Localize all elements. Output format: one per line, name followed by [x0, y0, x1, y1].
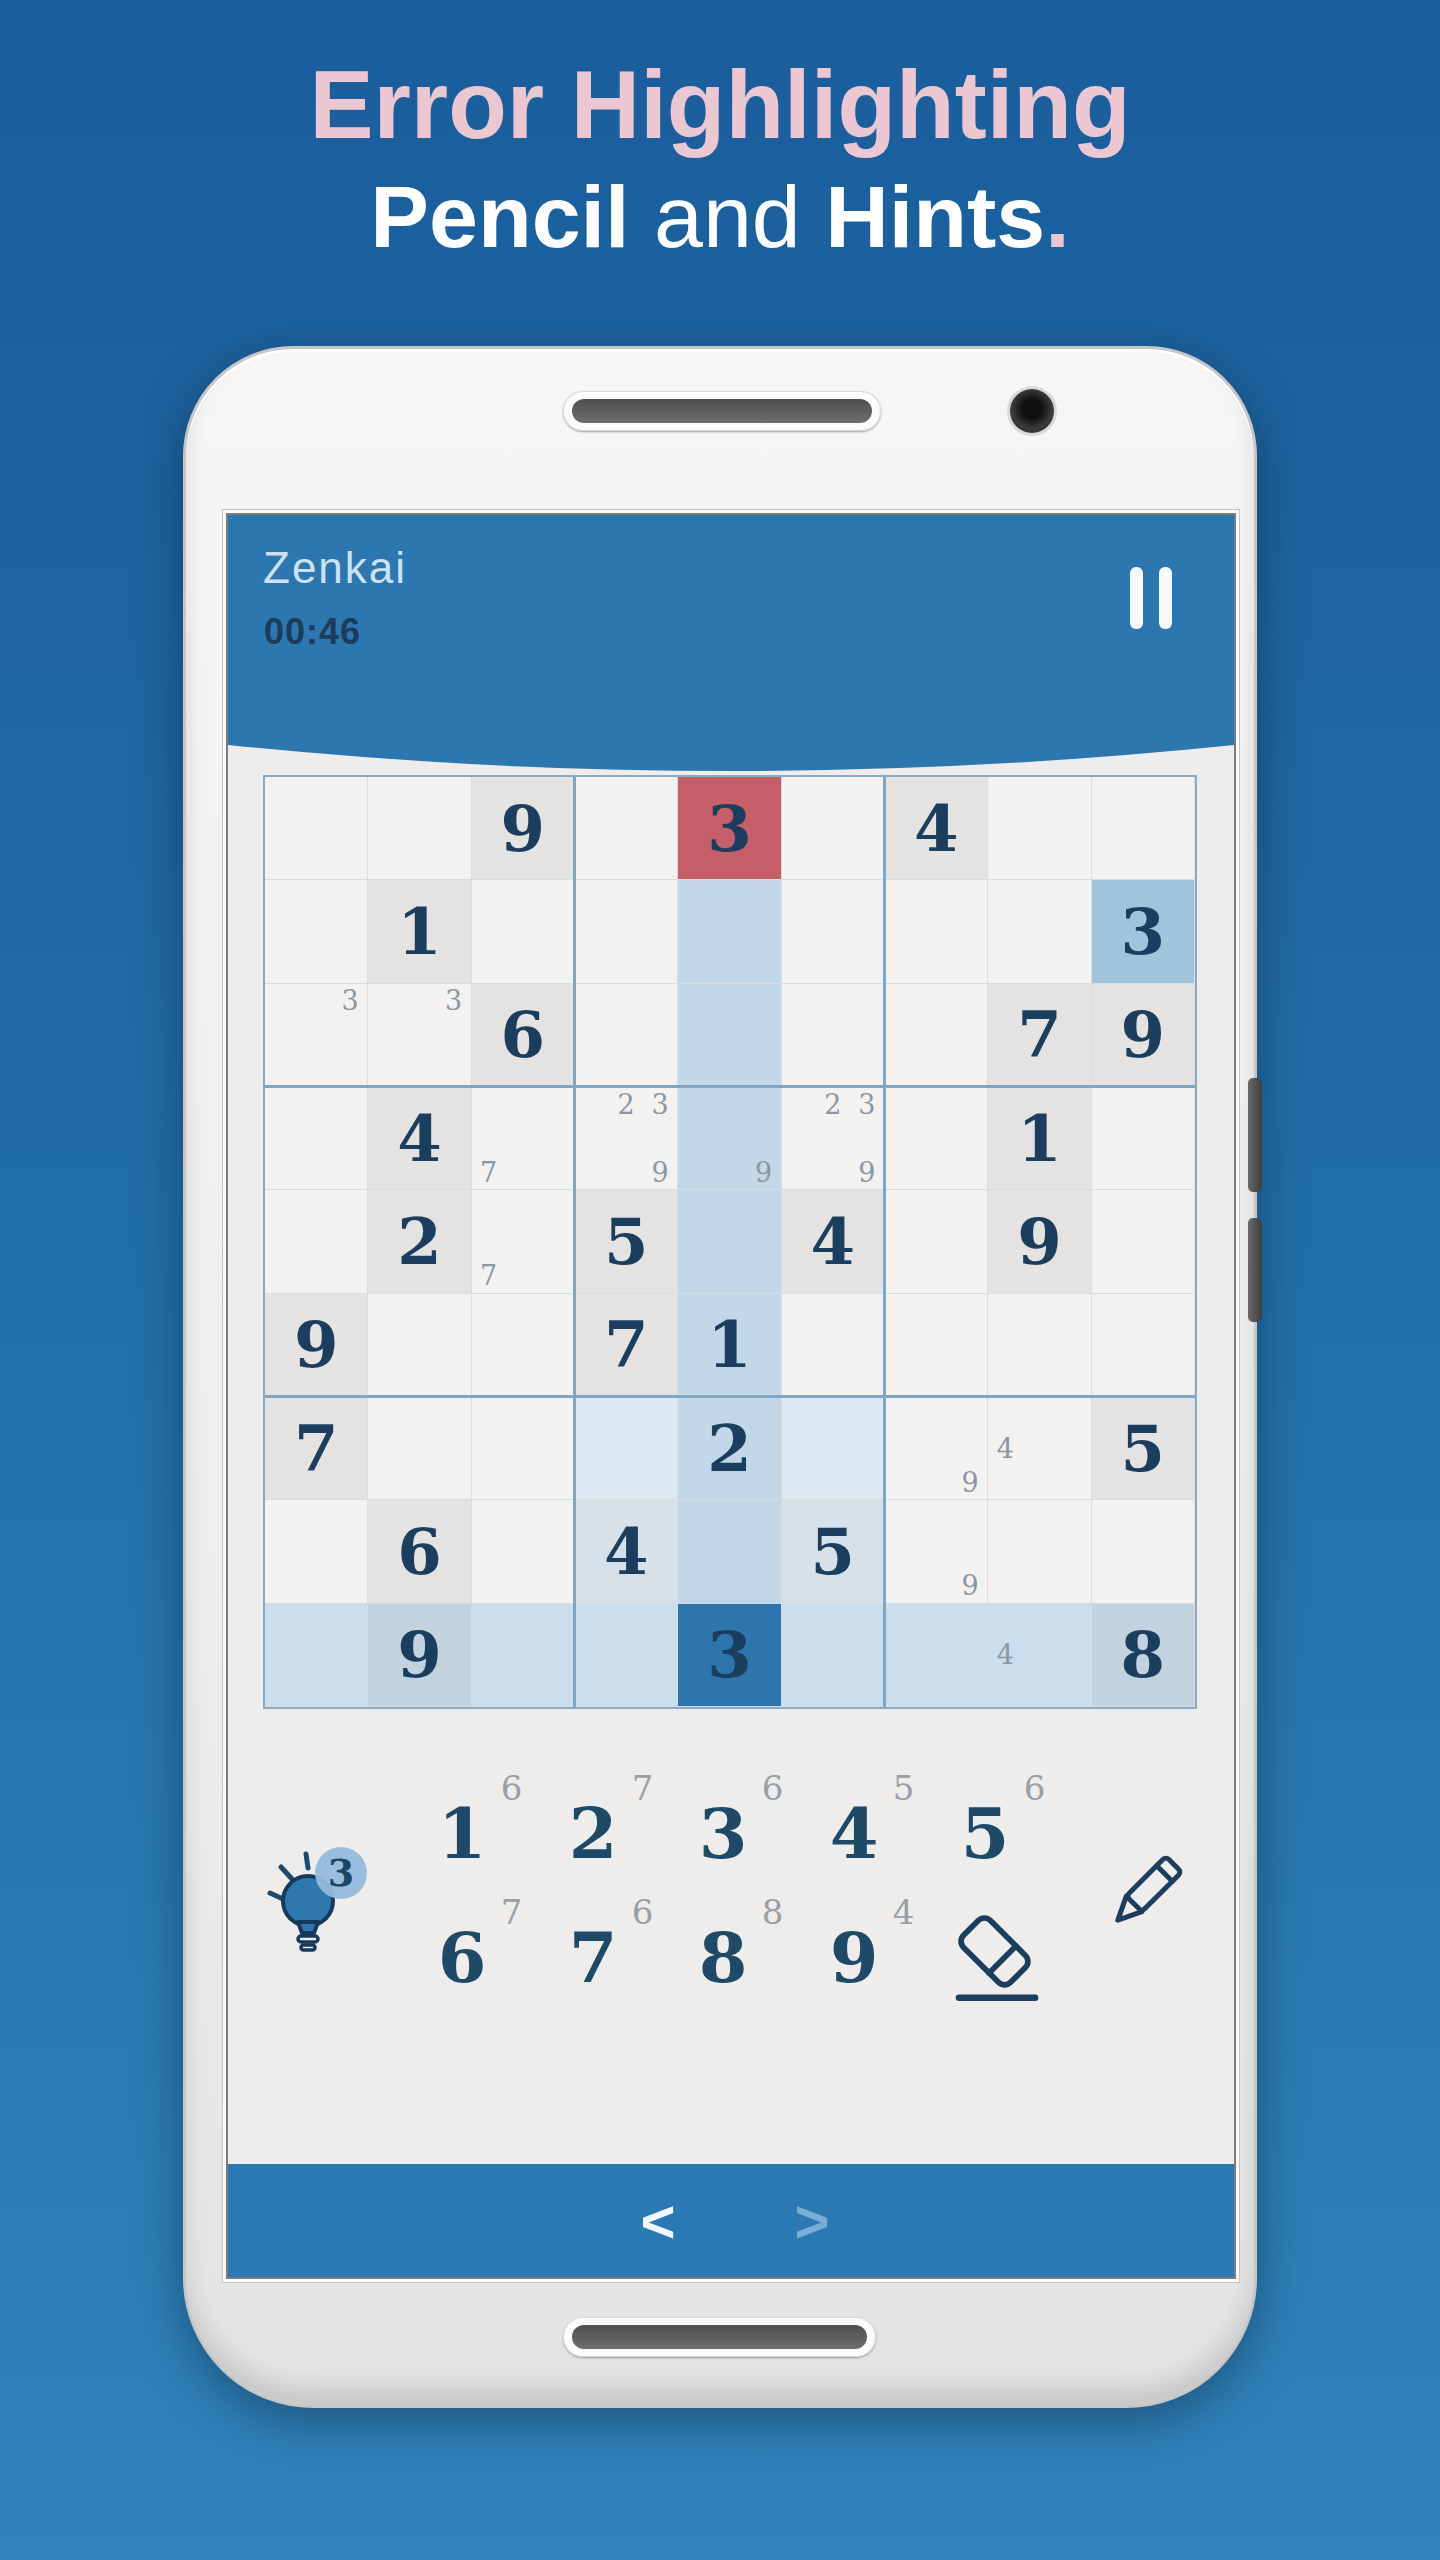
pencil-button[interactable] [1094, 1844, 1194, 1944]
box-divider [265, 1085, 1195, 1088]
cell-r1c1[interactable]: 1 [368, 880, 471, 983]
bottom-speaker-grille [572, 2325, 867, 2349]
cell-r2c6[interactable] [885, 984, 988, 1087]
box-divider [883, 777, 886, 1707]
cell-r8c0[interactable] [265, 1604, 368, 1707]
earpiece-grille [572, 399, 872, 423]
box-divider [265, 1395, 1195, 1398]
pad-digit-9[interactable]: 94 [830, 1916, 879, 1999]
pause-icon [1159, 567, 1172, 629]
cell-r6c6[interactable]: 9 [885, 1397, 988, 1500]
digit-count: 4 [893, 1892, 915, 1932]
subheadline-hints: Hints [825, 167, 1045, 266]
cell-r5c5[interactable] [782, 1294, 885, 1397]
cell-r2c2[interactable]: 6 [472, 984, 575, 1087]
digit-count: 7 [501, 1892, 523, 1932]
box-divider [573, 777, 576, 1707]
cell-r8c8[interactable]: 8 [1092, 1604, 1195, 1707]
digit-count: 6 [762, 1768, 784, 1808]
app-header: Zenkai 00:46 [228, 515, 1234, 745]
pad-digit-4[interactable]: 45 [830, 1792, 879, 1875]
cell-r7c1[interactable]: 6 [368, 1500, 471, 1603]
pencil-mark-9: 9 [850, 1155, 884, 1189]
eraser-button[interactable] [936, 1897, 1060, 2015]
pencil-mark-9: 9 [643, 1155, 677, 1189]
cell-r0c6[interactable]: 4 [885, 777, 988, 880]
cell-r7c6[interactable]: 9 [885, 1500, 988, 1603]
earpiece-speaker-icon [563, 391, 881, 431]
cell-r7c4[interactable] [678, 1500, 781, 1603]
hint-count: 3 [328, 1850, 354, 1895]
cell-r2c7[interactable]: 7 [988, 984, 1091, 1087]
cell-r5c2[interactable] [472, 1294, 575, 1397]
cell-r0c3[interactable] [575, 777, 678, 880]
pencil-mark-3: 3 [850, 1087, 884, 1121]
pad-digit-1[interactable]: 16 [438, 1792, 487, 1875]
cell-r5c8[interactable] [1092, 1294, 1195, 1397]
cell-r3c4[interactable]: 9 [678, 1087, 781, 1190]
cell-r1c7[interactable] [988, 880, 1091, 983]
pencil-mark-9: 9 [746, 1155, 780, 1189]
cell-r6c3[interactable] [575, 1397, 678, 1500]
cell-r5c4[interactable]: 1 [678, 1294, 781, 1397]
cell-r8c7[interactable]: 4 [988, 1604, 1091, 1707]
pad-digit-3[interactable]: 36 [699, 1792, 748, 1875]
cell-r8c6[interactable] [885, 1604, 988, 1707]
cell-r3c3[interactable]: 239 [575, 1087, 678, 1190]
power-button [1248, 1078, 1262, 1192]
cell-r4c8[interactable] [1092, 1190, 1195, 1293]
cell-r2c0[interactable]: 3 [265, 984, 368, 1087]
cell-r7c7[interactable] [988, 1500, 1091, 1603]
cell-r0c0[interactable] [265, 777, 368, 880]
cell-r3c2[interactable]: 7 [472, 1087, 575, 1190]
subheadline-pencil: Pencil [370, 167, 629, 266]
cell-r2c8[interactable]: 9 [1092, 984, 1195, 1087]
digit-count: 8 [762, 1892, 784, 1932]
cell-r5c0[interactable]: 9 [265, 1294, 368, 1397]
subheadline-period: . [1045, 167, 1069, 266]
pad-digit-2[interactable]: 27 [569, 1792, 618, 1875]
cell-r7c5[interactable]: 5 [782, 1500, 885, 1603]
sudoku-board: 9341333679472399239127549971729456459934… [263, 775, 1197, 1709]
pad-digit-7[interactable]: 76 [569, 1916, 618, 1999]
cell-r4c0[interactable] [265, 1190, 368, 1293]
cell-r7c3[interactable]: 4 [575, 1500, 678, 1603]
cell-r4c6[interactable] [885, 1190, 988, 1293]
cell-r2c1[interactable]: 3 [368, 984, 471, 1087]
cell-r3c0[interactable] [265, 1087, 368, 1190]
cell-r3c6[interactable] [885, 1087, 988, 1190]
cell-r1c3[interactable] [575, 880, 678, 983]
pad-digit-5[interactable]: 56 [961, 1792, 1010, 1875]
pencil-mark-7: 7 [472, 1258, 506, 1292]
background: Error Highlighting Pencil and Hints. Zen… [0, 0, 1440, 2560]
cell-r1c5[interactable] [782, 880, 885, 983]
hint-button[interactable]: 3 [256, 1837, 376, 1957]
pad-digit-6[interactable]: 67 [438, 1916, 487, 1999]
cell-r6c5[interactable] [782, 1397, 885, 1500]
cell-r3c7[interactable]: 1 [988, 1087, 1091, 1190]
cell-r1c2[interactable] [472, 880, 575, 983]
header-wave [228, 745, 1234, 771]
cell-r7c2[interactable] [472, 1500, 575, 1603]
eraser-icon [936, 1897, 1060, 2011]
cell-r4c1[interactable]: 2 [368, 1190, 471, 1293]
cell-r5c6[interactable] [885, 1294, 988, 1397]
bottom-speaker-icon [563, 2317, 876, 2357]
cell-r4c3[interactable]: 5 [575, 1190, 678, 1293]
pencil-mark-9: 9 [953, 1568, 987, 1602]
app-screen: Zenkai 00:46 934133367947239923912754997… [226, 513, 1236, 2279]
digit-count: 6 [632, 1892, 654, 1932]
cell-r6c4[interactable]: 2 [678, 1397, 781, 1500]
pencil-mark-2: 2 [816, 1087, 850, 1121]
cell-r8c1[interactable]: 9 [368, 1604, 471, 1707]
cell-r4c5[interactable]: 4 [782, 1190, 885, 1293]
cell-r6c8[interactable]: 5 [1092, 1397, 1195, 1500]
cell-r4c7[interactable]: 9 [988, 1190, 1091, 1293]
cell-r3c8[interactable] [1092, 1087, 1195, 1190]
subheadline-and: and [630, 167, 826, 266]
cell-r0c7[interactable] [988, 777, 1091, 880]
cell-r3c1[interactable]: 4 [368, 1087, 471, 1190]
pencil-mark-2: 2 [609, 1087, 643, 1121]
pencil-mark-3: 3 [436, 984, 470, 1018]
cell-r8c3[interactable] [575, 1604, 678, 1707]
cell-r2c5[interactable] [782, 984, 885, 1087]
cell-r6c2[interactable] [472, 1397, 575, 1500]
cell-r4c4[interactable] [678, 1190, 781, 1293]
pad-digit-8[interactable]: 88 [699, 1916, 748, 1999]
cell-r1c6[interactable] [885, 880, 988, 983]
digit-count: 6 [1024, 1768, 1046, 1808]
cell-r0c5[interactable] [782, 777, 885, 880]
volume-button [1248, 1218, 1262, 1322]
phone-frame: Zenkai 00:46 934133367947239923912754997… [183, 346, 1257, 2408]
cell-r1c0[interactable] [265, 880, 368, 983]
prev-arrow[interactable]: < [640, 2186, 675, 2255]
app-title: Zenkai [263, 543, 407, 593]
cell-r6c1[interactable] [368, 1397, 471, 1500]
cell-r6c0[interactable]: 7 [265, 1397, 368, 1500]
lightbulb-icon: 3 [256, 1837, 376, 1957]
cell-r6c7[interactable]: 4 [988, 1397, 1091, 1500]
cell-r0c1[interactable] [368, 777, 471, 880]
timer: 00:46 [264, 611, 361, 653]
cell-r2c4[interactable] [678, 984, 781, 1087]
cell-r0c8[interactable] [1092, 777, 1195, 880]
cell-r1c4[interactable] [678, 880, 781, 983]
bottom-nav: < > [228, 2164, 1234, 2277]
cell-r5c3[interactable]: 7 [575, 1294, 678, 1397]
cell-r8c5[interactable] [782, 1604, 885, 1707]
digit-count: 6 [501, 1768, 523, 1808]
pause-button[interactable] [1122, 567, 1182, 631]
cell-r1c8[interactable]: 3 [1092, 880, 1195, 983]
cell-r7c0[interactable] [265, 1500, 368, 1603]
cell-r5c7[interactable] [988, 1294, 1091, 1397]
pencil-mark-7: 7 [472, 1155, 506, 1189]
cell-r5c1[interactable] [368, 1294, 471, 1397]
next-arrow[interactable]: > [794, 2186, 829, 2255]
digit-count: 5 [893, 1768, 915, 1808]
cell-r0c4[interactable]: 3 [678, 777, 781, 880]
digit-count: 7 [632, 1768, 654, 1808]
pencil-mark-4: 4 [988, 1431, 1022, 1465]
pencil-mark-9: 9 [953, 1465, 987, 1499]
pencil-icon [1094, 1844, 1194, 1944]
cell-r0c2[interactable]: 9 [472, 777, 575, 880]
pencil-mark-3: 3 [333, 984, 367, 1018]
cell-r8c4[interactable]: 3 [678, 1604, 781, 1707]
cell-r3c5[interactable]: 239 [782, 1087, 885, 1190]
pencil-mark-4: 4 [988, 1638, 1022, 1672]
front-camera-icon [1010, 389, 1054, 433]
cell-r7c8[interactable] [1092, 1500, 1195, 1603]
cell-r8c2[interactable] [472, 1604, 575, 1707]
pause-icon [1130, 567, 1143, 629]
headline: Error Highlighting [0, 50, 1440, 160]
cell-r4c2[interactable]: 7 [472, 1190, 575, 1293]
cell-r2c3[interactable] [575, 984, 678, 1087]
subheadline: Pencil and Hints. [0, 166, 1440, 268]
pencil-mark-3: 3 [643, 1087, 677, 1121]
